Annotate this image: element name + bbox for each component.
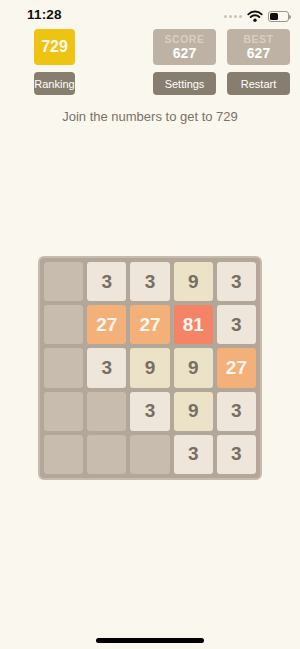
tile-9: 9	[130, 348, 169, 387]
tile-81: 81	[174, 305, 213, 344]
tile-3: 3	[217, 435, 256, 474]
best-label: BEST	[243, 33, 273, 45]
tile-27: 27	[87, 305, 126, 344]
tile-27: 27	[130, 305, 169, 344]
battery-icon	[268, 11, 289, 22]
empty-cell	[44, 262, 83, 301]
tile-3: 3	[217, 262, 256, 301]
tile-27: 27	[217, 348, 256, 387]
game-board[interactable]: 339327278133992739333	[38, 256, 262, 480]
tile-9: 9	[174, 392, 213, 431]
tile-3: 3	[130, 392, 169, 431]
empty-cell	[87, 435, 126, 474]
tile-3: 3	[174, 435, 213, 474]
status-bar: 11:28	[0, 0, 300, 28]
tile-9: 9	[174, 262, 213, 301]
tile-9: 9	[174, 348, 213, 387]
empty-cell	[44, 305, 83, 344]
best-value: 627	[247, 45, 270, 61]
empty-cell	[130, 435, 169, 474]
tile-3: 3	[130, 262, 169, 301]
score-box: SCORE 627	[153, 29, 216, 65]
score-value: 627	[173, 45, 196, 61]
tile-3: 3	[217, 305, 256, 344]
restart-button[interactable]: Restart	[227, 72, 290, 95]
best-box: BEST 627	[227, 29, 290, 65]
tile-3: 3	[87, 262, 126, 301]
tile-3: 3	[217, 392, 256, 431]
home-indicator-bar[interactable]	[96, 638, 204, 643]
app-screen: 11:28 729 SCORE 627 BEST 627 Ranking Set…	[0, 0, 300, 649]
empty-cell	[44, 435, 83, 474]
score-label: SCORE	[165, 33, 205, 45]
empty-cell	[44, 392, 83, 431]
game-subtitle: Join the numbers to get to 729	[0, 109, 300, 124]
tile-3: 3	[87, 348, 126, 387]
empty-cell	[44, 348, 83, 387]
status-time: 11:28	[27, 7, 62, 22]
settings-button[interactable]: Settings	[153, 72, 216, 95]
empty-cell	[87, 392, 126, 431]
ranking-button[interactable]: Ranking	[34, 72, 75, 95]
cellular-signal-icon	[224, 15, 242, 18]
status-icons	[224, 10, 289, 22]
goal-tile: 729	[34, 29, 75, 65]
wifi-icon	[247, 10, 263, 22]
